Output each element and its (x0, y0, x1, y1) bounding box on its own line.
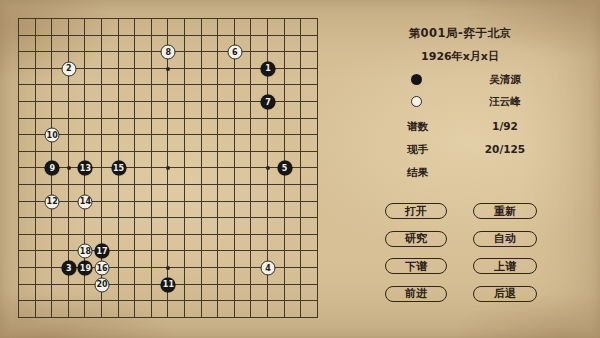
white-player-name: 汪云峰 (445, 95, 565, 109)
stone-white-2: 2 (61, 61, 76, 76)
star-point (166, 67, 170, 71)
prev-record-button[interactable]: 上谱 (473, 258, 537, 274)
stone-white-4: 4 (261, 261, 276, 276)
auto-button[interactable]: 自动 (473, 231, 537, 247)
app-window: 1234567891011121314151617181920 第001局-弈于… (0, 0, 600, 338)
info-panel: 第001局-弈于北京 1926年x月x日 吴清源 汪云峰 谱数 1/92 现手 … (360, 0, 600, 338)
stone-black-15: 15 (111, 161, 126, 176)
stone-black-9: 9 (45, 161, 60, 176)
black-stone-icon (411, 74, 422, 85)
stone-white-20: 20 (95, 277, 110, 292)
stone-white-10: 10 (45, 128, 60, 143)
star-point (67, 166, 71, 170)
star-point (266, 166, 270, 170)
backward-button[interactable]: 后退 (473, 286, 537, 302)
stone-black-11: 11 (161, 277, 176, 292)
stone-black-7: 7 (261, 95, 276, 110)
record-count-label: 谱数 (407, 120, 428, 134)
stone-black-1: 1 (261, 61, 276, 76)
black-player-row: 吴清源 (360, 73, 600, 87)
board-overlay: 1234567891011121314151617181920 (18, 18, 318, 318)
stone-white-14: 14 (78, 194, 93, 209)
open-button[interactable]: 打开 (385, 203, 447, 219)
star-point (166, 166, 170, 170)
result-label: 结果 (407, 166, 428, 180)
stone-white-18: 18 (78, 244, 93, 259)
go-board[interactable]: 1234567891011121314151617181920 (18, 18, 318, 318)
record-count-value: 1/92 (445, 120, 565, 132)
stone-white-6: 6 (227, 45, 242, 60)
stone-white-8: 8 (161, 45, 176, 60)
current-move-row: 现手 20/125 (360, 143, 600, 157)
stone-black-5: 5 (277, 161, 292, 176)
black-player-name: 吴清源 (445, 73, 565, 87)
restart-button[interactable]: 重新 (473, 203, 537, 219)
control-buttons: 打开 重新 研究 自动 下谱 上谱 前进 后退 (385, 203, 537, 302)
game-date: 1926年x月x日 (360, 49, 560, 64)
next-record-button[interactable]: 下谱 (385, 258, 447, 274)
game-title: 第001局-弈于北京 (360, 26, 560, 41)
stone-black-3: 3 (61, 261, 76, 276)
result-row: 结果 (360, 166, 600, 180)
current-move-label: 现手 (407, 143, 428, 157)
white-stone-icon (411, 96, 422, 107)
white-player-row: 汪云峰 (360, 95, 600, 109)
study-button[interactable]: 研究 (385, 231, 447, 247)
current-move-value: 20/125 (445, 143, 565, 155)
stone-black-13: 13 (78, 161, 93, 176)
stone-white-12: 12 (45, 194, 60, 209)
star-point (166, 266, 170, 270)
stone-black-17: 17 (95, 244, 110, 259)
record-count-row: 谱数 1/92 (360, 120, 600, 134)
forward-button[interactable]: 前进 (385, 286, 447, 302)
stone-black-19: 19 (78, 261, 93, 276)
stone-white-16: 16 (95, 261, 110, 276)
